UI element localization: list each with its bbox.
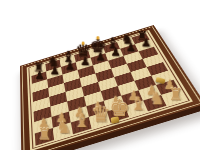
chess-set-photo: ♜♞♝♛♚♝♞♜♟♟♟♟♟♟♟♟♟♟♟♟♟♟♟♟♜♞♝♛♚♝♞♜ bbox=[0, 0, 200, 150]
square-a6 bbox=[32, 79, 48, 92]
gold-finial bbox=[97, 36, 100, 39]
gold-finial bbox=[82, 42, 85, 45]
square-h5 bbox=[143, 54, 163, 67]
piece-dark-rook: ♜ bbox=[129, 29, 155, 42]
board-inlay-band: ♜♞♝♛♚♝♞♜♟♟♟♟♟♟♟♟♟♟♟♟♟♟♟♟♜♞♝♛♚♝♞♜ bbox=[27, 30, 193, 150]
square-a2: ♟ bbox=[34, 117, 53, 134]
square-c4 bbox=[65, 87, 83, 101]
square-h1: ♜ bbox=[161, 89, 185, 105]
